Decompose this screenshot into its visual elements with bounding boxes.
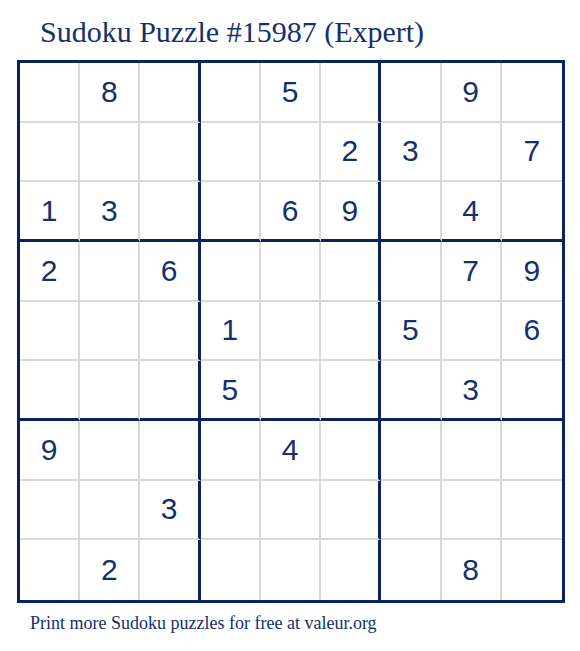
sudoku-cell-r5c7-given[interactable]: 5 bbox=[381, 302, 441, 362]
sudoku-cell-r5c9-given[interactable]: 6 bbox=[502, 302, 562, 362]
sudoku-cell-r7c6-empty[interactable] bbox=[321, 421, 381, 481]
sudoku-cell-r1c1-empty[interactable] bbox=[20, 63, 80, 123]
sudoku-cell-r1c9-empty[interactable] bbox=[502, 63, 562, 123]
sudoku-cell-r6c6-empty[interactable] bbox=[321, 361, 381, 421]
sudoku-cell-r4c8-given[interactable]: 7 bbox=[442, 242, 502, 302]
sudoku-cell-r7c9-empty[interactable] bbox=[502, 421, 562, 481]
sudoku-cell-r7c5-given[interactable]: 4 bbox=[261, 421, 321, 481]
sudoku-cell-r3c9-empty[interactable] bbox=[502, 182, 562, 242]
sudoku-cell-r9c9-empty[interactable] bbox=[502, 540, 562, 600]
sudoku-cell-r2c5-empty[interactable] bbox=[261, 123, 321, 183]
sudoku-cell-r2c6-given[interactable]: 2 bbox=[321, 123, 381, 183]
sudoku-cell-r7c8-empty[interactable] bbox=[442, 421, 502, 481]
sudoku-cell-r7c1-given[interactable]: 9 bbox=[20, 421, 80, 481]
sudoku-cell-r6c9-empty[interactable] bbox=[502, 361, 562, 421]
sudoku-cell-r9c8-given[interactable]: 8 bbox=[442, 540, 502, 600]
sudoku-cell-r8c8-empty[interactable] bbox=[442, 481, 502, 541]
sudoku-cell-r9c3-empty[interactable] bbox=[140, 540, 200, 600]
sudoku-cell-r4c6-empty[interactable] bbox=[321, 242, 381, 302]
sudoku-cell-r9c7-empty[interactable] bbox=[381, 540, 441, 600]
sudoku-cell-r6c1-empty[interactable] bbox=[20, 361, 80, 421]
sudoku-cell-r8c4-empty[interactable] bbox=[201, 481, 261, 541]
sudoku-cell-r4c1-given[interactable]: 2 bbox=[20, 242, 80, 302]
sudoku-cell-r3c2-given[interactable]: 3 bbox=[80, 182, 140, 242]
sudoku-cell-r3c1-given[interactable]: 1 bbox=[20, 182, 80, 242]
sudoku-cell-r8c6-empty[interactable] bbox=[321, 481, 381, 541]
sudoku-cell-r9c1-empty[interactable] bbox=[20, 540, 80, 600]
sudoku-cell-r1c4-empty[interactable] bbox=[201, 63, 261, 123]
sudoku-cell-r9c4-empty[interactable] bbox=[201, 540, 261, 600]
sudoku-cell-r7c4-empty[interactable] bbox=[201, 421, 261, 481]
sudoku-cell-r2c8-empty[interactable] bbox=[442, 123, 502, 183]
sudoku-board: 8592371369426791565394328 bbox=[17, 60, 565, 603]
sudoku-cell-r6c3-empty[interactable] bbox=[140, 361, 200, 421]
sudoku-cell-r4c3-given[interactable]: 6 bbox=[140, 242, 200, 302]
sudoku-cell-r5c2-empty[interactable] bbox=[80, 302, 140, 362]
sudoku-cell-r1c5-given[interactable]: 5 bbox=[261, 63, 321, 123]
sudoku-cell-r2c7-given[interactable]: 3 bbox=[381, 123, 441, 183]
sudoku-cell-r2c9-given[interactable]: 7 bbox=[502, 123, 562, 183]
sudoku-cell-r4c7-empty[interactable] bbox=[381, 242, 441, 302]
sudoku-cell-r4c4-empty[interactable] bbox=[201, 242, 261, 302]
sudoku-cell-r1c2-given[interactable]: 8 bbox=[80, 63, 140, 123]
page-title: Sudoku Puzzle #15987 (Expert) bbox=[40, 15, 424, 49]
sudoku-cell-r1c8-given[interactable]: 9 bbox=[442, 63, 502, 123]
sudoku-cell-r8c9-empty[interactable] bbox=[502, 481, 562, 541]
sudoku-cell-r9c5-empty[interactable] bbox=[261, 540, 321, 600]
sudoku-cell-r5c5-empty[interactable] bbox=[261, 302, 321, 362]
sudoku-print-page: Sudoku Puzzle #15987 (Expert) 8592371369… bbox=[0, 0, 580, 651]
sudoku-cell-r3c4-empty[interactable] bbox=[201, 182, 261, 242]
sudoku-cell-r4c2-empty[interactable] bbox=[80, 242, 140, 302]
sudoku-cell-r8c5-empty[interactable] bbox=[261, 481, 321, 541]
sudoku-cell-r4c9-given[interactable]: 9 bbox=[502, 242, 562, 302]
sudoku-cell-r2c4-empty[interactable] bbox=[201, 123, 261, 183]
sudoku-cell-r4c5-empty[interactable] bbox=[261, 242, 321, 302]
sudoku-cell-r5c6-empty[interactable] bbox=[321, 302, 381, 362]
sudoku-cell-r6c4-given[interactable]: 5 bbox=[201, 361, 261, 421]
sudoku-cell-r5c8-empty[interactable] bbox=[442, 302, 502, 362]
sudoku-cell-r5c3-empty[interactable] bbox=[140, 302, 200, 362]
sudoku-cell-r2c2-empty[interactable] bbox=[80, 123, 140, 183]
sudoku-cell-r7c3-empty[interactable] bbox=[140, 421, 200, 481]
sudoku-cell-r1c7-empty[interactable] bbox=[381, 63, 441, 123]
sudoku-cell-r9c2-given[interactable]: 2 bbox=[80, 540, 140, 600]
sudoku-cell-r1c3-empty[interactable] bbox=[140, 63, 200, 123]
sudoku-cell-r8c2-empty[interactable] bbox=[80, 481, 140, 541]
sudoku-cell-r7c2-empty[interactable] bbox=[80, 421, 140, 481]
sudoku-cell-r6c5-empty[interactable] bbox=[261, 361, 321, 421]
sudoku-cell-r5c1-empty[interactable] bbox=[20, 302, 80, 362]
sudoku-cell-r7c7-empty[interactable] bbox=[381, 421, 441, 481]
sudoku-cell-r9c6-empty[interactable] bbox=[321, 540, 381, 600]
sudoku-cell-r2c1-empty[interactable] bbox=[20, 123, 80, 183]
sudoku-cell-r6c8-given[interactable]: 3 bbox=[442, 361, 502, 421]
sudoku-cell-r2c3-empty[interactable] bbox=[140, 123, 200, 183]
sudoku-cell-r3c8-given[interactable]: 4 bbox=[442, 182, 502, 242]
sudoku-cell-r3c7-empty[interactable] bbox=[381, 182, 441, 242]
sudoku-cell-r5c4-given[interactable]: 1 bbox=[201, 302, 261, 362]
sudoku-cell-r3c3-empty[interactable] bbox=[140, 182, 200, 242]
sudoku-cell-r8c3-given[interactable]: 3 bbox=[140, 481, 200, 541]
sudoku-cell-r3c6-given[interactable]: 9 bbox=[321, 182, 381, 242]
sudoku-cell-r6c7-empty[interactable] bbox=[381, 361, 441, 421]
sudoku-cell-r8c7-empty[interactable] bbox=[381, 481, 441, 541]
sudoku-cell-r8c1-empty[interactable] bbox=[20, 481, 80, 541]
footer-text: Print more Sudoku puzzles for free at va… bbox=[30, 613, 377, 634]
sudoku-cell-r1c6-empty[interactable] bbox=[321, 63, 381, 123]
sudoku-cell-r6c2-empty[interactable] bbox=[80, 361, 140, 421]
sudoku-cell-r3c5-given[interactable]: 6 bbox=[261, 182, 321, 242]
